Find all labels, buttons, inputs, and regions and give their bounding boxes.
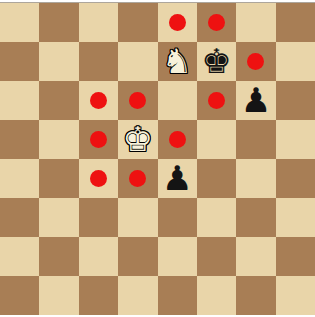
square-h6[interactable] xyxy=(276,81,315,120)
square-e6[interactable] xyxy=(158,81,197,120)
square-b6[interactable] xyxy=(39,81,78,120)
square-g8[interactable] xyxy=(236,3,275,42)
square-c8[interactable] xyxy=(79,3,118,42)
square-a1[interactable] xyxy=(0,276,39,315)
black-pawn-piece[interactable]: ♟ xyxy=(162,161,192,195)
square-e5[interactable] xyxy=(158,120,197,159)
square-f8[interactable] xyxy=(197,3,236,42)
page: ♞♚♟♚♟ xyxy=(0,0,315,317)
square-d3[interactable] xyxy=(118,198,157,237)
square-a7[interactable] xyxy=(0,42,39,81)
move-dot-g7[interactable] xyxy=(247,53,264,70)
square-e2[interactable] xyxy=(158,237,197,276)
square-h7[interactable] xyxy=(276,42,315,81)
square-g2[interactable] xyxy=(236,237,275,276)
square-b8[interactable] xyxy=(39,3,78,42)
move-dot-d6[interactable] xyxy=(129,92,146,109)
square-e3[interactable] xyxy=(158,198,197,237)
square-b7[interactable] xyxy=(39,42,78,81)
square-e1[interactable] xyxy=(158,276,197,315)
square-b4[interactable] xyxy=(39,159,78,198)
square-b2[interactable] xyxy=(39,237,78,276)
square-h4[interactable] xyxy=(276,159,315,198)
square-a8[interactable] xyxy=(0,3,39,42)
square-g4[interactable] xyxy=(236,159,275,198)
square-a5[interactable] xyxy=(0,120,39,159)
square-e8[interactable] xyxy=(158,3,197,42)
square-c4[interactable] xyxy=(79,159,118,198)
square-g5[interactable] xyxy=(236,120,275,159)
square-h5[interactable] xyxy=(276,120,315,159)
square-c1[interactable] xyxy=(79,276,118,315)
square-e7[interactable]: ♞ xyxy=(158,42,197,81)
move-dot-c6[interactable] xyxy=(90,92,107,109)
square-d6[interactable] xyxy=(118,81,157,120)
move-dot-c4[interactable] xyxy=(90,170,107,187)
move-dot-c5[interactable] xyxy=(90,131,107,148)
square-f6[interactable] xyxy=(197,81,236,120)
square-f5[interactable] xyxy=(197,120,236,159)
square-g6[interactable]: ♟ xyxy=(236,81,275,120)
square-f3[interactable] xyxy=(197,198,236,237)
square-c5[interactable] xyxy=(79,120,118,159)
move-dot-d4[interactable] xyxy=(129,170,146,187)
square-f1[interactable] xyxy=(197,276,236,315)
square-e4[interactable]: ♟ xyxy=(158,159,197,198)
square-h1[interactable] xyxy=(276,276,315,315)
square-g3[interactable] xyxy=(236,198,275,237)
move-dot-f6[interactable] xyxy=(208,92,225,109)
square-d5[interactable]: ♚ xyxy=(118,120,157,159)
white-knight-piece[interactable]: ♞ xyxy=(162,44,192,78)
square-h2[interactable] xyxy=(276,237,315,276)
square-a4[interactable] xyxy=(0,159,39,198)
square-h8[interactable] xyxy=(276,3,315,42)
square-d7[interactable] xyxy=(118,42,157,81)
square-b3[interactable] xyxy=(39,198,78,237)
square-f2[interactable] xyxy=(197,237,236,276)
chess-board: ♞♚♟♚♟ xyxy=(0,2,315,315)
square-c2[interactable] xyxy=(79,237,118,276)
square-c7[interactable] xyxy=(79,42,118,81)
square-g7[interactable] xyxy=(236,42,275,81)
square-g1[interactable] xyxy=(236,276,275,315)
square-c6[interactable] xyxy=(79,81,118,120)
square-f4[interactable] xyxy=(197,159,236,198)
move-dot-e8[interactable] xyxy=(169,14,186,31)
square-f7[interactable]: ♚ xyxy=(197,42,236,81)
black-king-piece[interactable]: ♚ xyxy=(201,44,231,78)
square-b1[interactable] xyxy=(39,276,78,315)
square-b5[interactable] xyxy=(39,120,78,159)
square-d8[interactable] xyxy=(118,3,157,42)
square-d1[interactable] xyxy=(118,276,157,315)
square-d2[interactable] xyxy=(118,237,157,276)
move-dot-f8[interactable] xyxy=(208,14,225,31)
square-a3[interactable] xyxy=(0,198,39,237)
square-h3[interactable] xyxy=(276,198,315,237)
square-a6[interactable] xyxy=(0,81,39,120)
black-pawn-piece[interactable]: ♟ xyxy=(241,83,271,117)
square-a2[interactable] xyxy=(0,237,39,276)
square-d4[interactable] xyxy=(118,159,157,198)
move-dot-e5[interactable] xyxy=(169,131,186,148)
square-c3[interactable] xyxy=(79,198,118,237)
white-king-piece[interactable]: ♚ xyxy=(123,122,153,156)
